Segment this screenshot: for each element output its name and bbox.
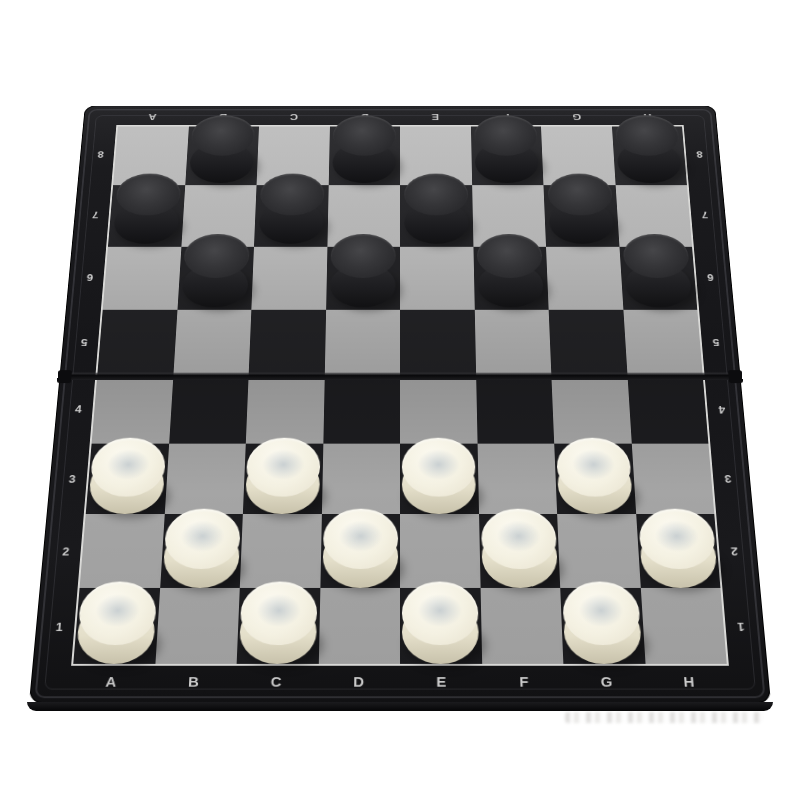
checker-top: [474, 115, 537, 156]
square-e2: [400, 514, 480, 587]
square-d6: [326, 247, 400, 310]
rank-right-label-6: 6: [695, 246, 726, 310]
square-g7: [543, 185, 619, 246]
file-labels-bottom: ABCDEFGH: [69, 668, 732, 695]
square-h6: [619, 247, 697, 310]
white-checker-c3: [245, 438, 320, 514]
square-c4: [246, 375, 325, 443]
black-checker-h6: [623, 234, 693, 307]
rank-right-label-1: 1: [723, 589, 758, 666]
checker-top: [404, 174, 468, 216]
board-frame: ABCDEFGH ABCDEFGH 87654321 87654321: [29, 106, 771, 703]
square-a5: [97, 310, 177, 376]
file-bottom-label-b: B: [152, 668, 236, 695]
square-d5: [324, 310, 400, 376]
square-e1: [400, 588, 482, 664]
square-a7: [108, 185, 185, 246]
file-top-label-g: G: [541, 110, 613, 125]
square-g2: [557, 514, 640, 587]
white-checker-a1: [76, 582, 158, 664]
black-checker-f6: [477, 234, 544, 307]
square-b1: [155, 588, 240, 664]
rank-left-label-7: 7: [80, 184, 111, 245]
square-e6: [400, 247, 474, 310]
square-g4: [551, 375, 631, 443]
rank-right-label-7: 7: [689, 184, 720, 245]
square-c3: [243, 444, 323, 515]
square-b5: [173, 310, 251, 376]
square-d1: [318, 588, 400, 664]
black-checker-d6: [330, 234, 395, 307]
square-g3: [554, 444, 636, 515]
square-d4: [323, 375, 400, 443]
checkers-board: ABCDEFGH ABCDEFGH 87654321 87654321: [29, 106, 771, 703]
square-f8: [471, 126, 544, 185]
black-checker-c7: [258, 174, 324, 245]
white-checker-a3: [88, 438, 167, 514]
square-f5: [474, 310, 551, 376]
black-checker-g7: [547, 174, 614, 245]
play-area: [71, 125, 729, 666]
rank-right-label-3: 3: [711, 444, 745, 515]
white-checker-g1: [562, 582, 642, 664]
square-e4: [400, 375, 477, 443]
checker-top: [562, 582, 641, 645]
white-checker-h2: [638, 508, 718, 587]
square-e7: [400, 185, 473, 246]
white-checker-e1: [402, 582, 479, 664]
square-f2: [479, 514, 561, 587]
square-b6: [177, 247, 254, 310]
square-h2: [636, 514, 721, 587]
checker-top: [556, 438, 632, 496]
square-f3: [477, 444, 557, 515]
file-bottom-label-d: D: [317, 668, 400, 695]
checker-top: [333, 115, 396, 156]
black-checker-h8: [615, 115, 682, 183]
square-h1: [640, 588, 726, 664]
file-bottom-label-f: F: [482, 668, 565, 695]
checker-top: [323, 508, 398, 569]
square-h4: [627, 375, 708, 443]
square-b2: [160, 514, 243, 587]
square-d2: [320, 514, 400, 587]
checker-top: [481, 508, 557, 569]
checker-top: [402, 582, 478, 645]
black-checker-d8: [333, 115, 396, 183]
black-checker-f8: [474, 115, 539, 183]
black-checker-e7: [404, 174, 468, 245]
square-c1: [237, 588, 320, 664]
file-bottom-label-a: A: [69, 668, 153, 695]
hinge-right: [728, 370, 743, 383]
rank-right-label-2: 2: [717, 515, 751, 589]
rank-left-label-8: 8: [85, 125, 115, 184]
black-checker-a7: [113, 174, 182, 245]
checker-top: [477, 234, 543, 277]
square-a6: [103, 247, 181, 310]
square-f1: [480, 588, 563, 664]
white-checker-f2: [481, 508, 558, 587]
rank-right-label-4: 4: [706, 375, 739, 443]
white-checker-d2: [322, 508, 397, 587]
file-bottom-label-h: H: [647, 668, 731, 695]
square-c2: [240, 514, 322, 587]
watermark-smudge: [565, 712, 763, 723]
white-checker-b2: [162, 508, 241, 587]
square-f4: [476, 375, 555, 443]
square-a3: [86, 444, 169, 515]
square-f6: [473, 247, 549, 310]
square-a2: [80, 514, 165, 587]
white-checker-g3: [556, 438, 633, 514]
white-checker-c1: [239, 582, 318, 664]
file-bottom-label-c: C: [234, 668, 317, 695]
rank-right-label-5: 5: [700, 309, 732, 375]
white-checker-e3: [402, 438, 476, 514]
board-upper-half: [97, 126, 702, 375]
square-g6: [546, 247, 623, 310]
square-b4: [169, 375, 249, 443]
square-d8: [328, 126, 400, 185]
square-h3: [631, 444, 714, 515]
checker-top: [615, 115, 680, 156]
hinge-left: [57, 370, 72, 383]
square-g1: [560, 588, 645, 664]
file-bottom-label-g: G: [565, 668, 649, 695]
black-checker-b8: [189, 115, 255, 183]
rank-right-label-8: 8: [684, 125, 714, 184]
square-c7: [254, 185, 328, 246]
case-front-edge: [27, 702, 773, 711]
black-checker-b6: [182, 234, 250, 307]
square-g5: [549, 310, 627, 376]
checker-top: [331, 234, 396, 277]
square-c5: [249, 310, 326, 376]
file-top-label-c: C: [258, 110, 329, 125]
square-a1: [73, 588, 159, 664]
fold-seam: [59, 373, 741, 380]
square-e5: [400, 310, 476, 376]
square-a4: [92, 375, 173, 443]
checkers-set-photo: ABCDEFGH ABCDEFGH 87654321 87654321: [0, 0, 800, 800]
square-h5: [623, 310, 703, 376]
file-top-label-a: A: [116, 110, 188, 125]
square-d3: [321, 444, 400, 515]
square-b8: [185, 126, 259, 185]
square-c6: [251, 247, 327, 310]
file-top-label-e: E: [400, 110, 471, 125]
square-h8: [612, 126, 687, 185]
square-b3: [164, 444, 246, 515]
checker-top: [623, 234, 691, 277]
file-bottom-label-e: E: [400, 668, 483, 695]
checker-top: [402, 438, 476, 496]
square-e3: [400, 444, 479, 515]
board-lower-half: [73, 375, 726, 663]
